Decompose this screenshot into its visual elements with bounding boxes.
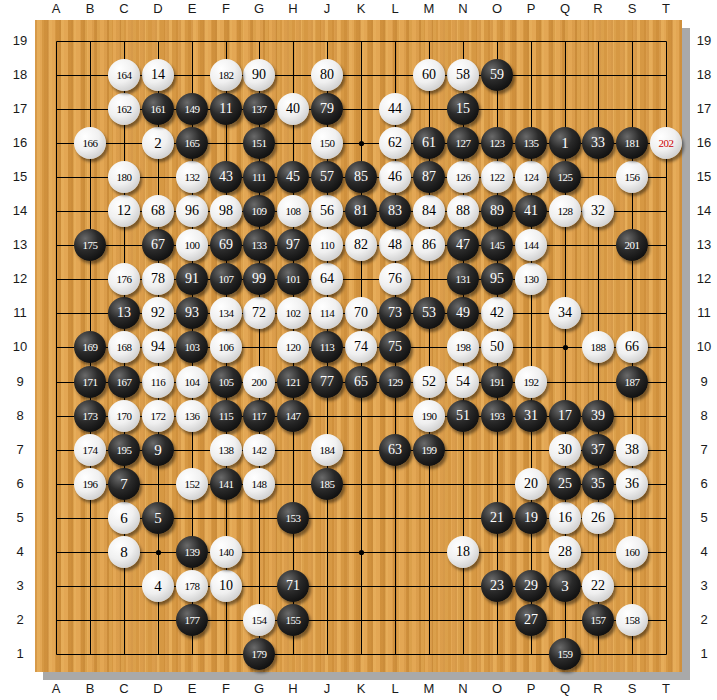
stone-black-47-N13: 47 bbox=[447, 229, 479, 261]
move-number: 115 bbox=[219, 410, 234, 422]
stone-white-162-C17: 162 bbox=[108, 93, 140, 125]
column-label-top-J: J bbox=[313, 2, 341, 16]
move-number: 200 bbox=[252, 376, 267, 388]
stone-white-108-H14: 108 bbox=[277, 195, 309, 227]
move-number: 58 bbox=[456, 67, 470, 83]
stone-white-98-F14: 98 bbox=[210, 195, 242, 227]
row-label-left-6: 6 bbox=[6, 477, 34, 491]
column-label-bottom-N: N bbox=[449, 682, 477, 696]
row-label-left-11: 11 bbox=[6, 306, 34, 320]
move-number: 23 bbox=[490, 578, 504, 594]
stone-white-82-K13: 82 bbox=[345, 229, 377, 261]
move-number: 187 bbox=[625, 376, 640, 388]
move-number: 103 bbox=[185, 341, 200, 353]
move-number: 47 bbox=[456, 237, 470, 253]
row-label-left-5: 5 bbox=[6, 511, 34, 525]
stone-black-187-S9: 187 bbox=[616, 366, 648, 398]
move-number: 21 bbox=[490, 510, 504, 526]
move-number: 59 bbox=[490, 67, 504, 83]
stone-white-178-E3: 178 bbox=[176, 570, 208, 602]
stone-white-126-N15: 126 bbox=[447, 161, 479, 193]
move-number: 142 bbox=[252, 444, 267, 456]
move-number: 164 bbox=[117, 69, 132, 81]
move-number: 82 bbox=[354, 237, 368, 253]
move-number: 141 bbox=[219, 478, 234, 490]
stone-black-123-O16: 123 bbox=[481, 127, 513, 159]
stone-black-191-O9: 191 bbox=[481, 366, 513, 398]
column-label-top-S: S bbox=[618, 2, 646, 16]
move-number: 12 bbox=[117, 203, 131, 219]
move-number: 133 bbox=[252, 239, 267, 251]
row-label-left-3: 3 bbox=[6, 579, 34, 593]
move-number: 41 bbox=[524, 203, 538, 219]
row-label-left-13: 13 bbox=[6, 238, 34, 252]
move-number: 18 bbox=[456, 544, 470, 560]
move-number: 87 bbox=[422, 169, 436, 185]
stone-white-40-H17: 40 bbox=[277, 93, 309, 125]
row-label-right-3: 3 bbox=[690, 579, 717, 593]
stone-white-72-G11: 72 bbox=[243, 297, 275, 329]
stone-black-117-G8: 117 bbox=[243, 400, 275, 432]
row-label-right-8: 8 bbox=[690, 409, 717, 423]
stone-white-44-L17: 44 bbox=[379, 93, 411, 125]
move-number: 198 bbox=[456, 341, 471, 353]
stone-white-30-Q7: 30 bbox=[549, 434, 581, 466]
stone-white-106-F10: 106 bbox=[210, 331, 242, 363]
stone-black-179-G1: 179 bbox=[243, 638, 275, 670]
column-label-bottom-B: B bbox=[76, 682, 104, 696]
move-number: 88 bbox=[456, 203, 470, 219]
stone-white-188-R10: 188 bbox=[582, 331, 614, 363]
row-label-right-4: 4 bbox=[690, 545, 717, 559]
move-number: 64 bbox=[320, 271, 334, 287]
move-number: 78 bbox=[151, 271, 165, 287]
stone-black-175-B13: 175 bbox=[74, 229, 106, 261]
stone-white-156-S15: 156 bbox=[616, 161, 648, 193]
move-number: 1 bbox=[561, 135, 569, 152]
column-label-bottom-R: R bbox=[584, 682, 612, 696]
move-number: 121 bbox=[286, 376, 301, 388]
move-number: 40 bbox=[286, 101, 300, 117]
move-number: 89 bbox=[490, 203, 504, 219]
move-number: 201 bbox=[625, 239, 640, 251]
move-number: 5 bbox=[154, 510, 162, 527]
stone-black-81-K14: 81 bbox=[345, 195, 377, 227]
move-number: 65 bbox=[354, 374, 368, 390]
stone-white-154-G2: 154 bbox=[243, 604, 275, 636]
stone-white-42-O11: 42 bbox=[481, 297, 513, 329]
stone-black-151-G16: 151 bbox=[243, 127, 275, 159]
move-number: 173 bbox=[83, 410, 98, 422]
row-label-left-9: 9 bbox=[6, 375, 34, 389]
move-number: 124 bbox=[524, 171, 539, 183]
stone-black-51-N8: 51 bbox=[447, 400, 479, 432]
move-number: 139 bbox=[185, 546, 200, 558]
column-label-top-L: L bbox=[381, 2, 409, 16]
move-number: 75 bbox=[388, 339, 402, 355]
column-label-top-A: A bbox=[42, 2, 70, 16]
move-number: 111 bbox=[252, 171, 266, 183]
stone-black-69-F13: 69 bbox=[210, 229, 242, 261]
move-number: 91 bbox=[185, 271, 199, 287]
column-label-bottom-C: C bbox=[110, 682, 138, 696]
move-number: 97 bbox=[286, 237, 300, 253]
stone-white-138-F7: 138 bbox=[210, 434, 242, 466]
move-number: 37 bbox=[591, 442, 605, 458]
stone-white-168-C10: 168 bbox=[108, 331, 140, 363]
stone-white-184-J7: 184 bbox=[311, 434, 343, 466]
stone-white-74-K10: 74 bbox=[345, 331, 377, 363]
move-number: 156 bbox=[625, 171, 640, 183]
move-number: 72 bbox=[252, 305, 266, 321]
stone-white-116-D9: 116 bbox=[142, 366, 174, 398]
move-number: 158 bbox=[625, 614, 640, 626]
row-label-right-17: 17 bbox=[690, 102, 717, 116]
move-number: 174 bbox=[83, 444, 98, 456]
stone-white-26-R5: 26 bbox=[582, 502, 614, 534]
move-number: 153 bbox=[286, 512, 301, 524]
stone-white-58-N18: 58 bbox=[447, 59, 479, 91]
move-number: 168 bbox=[117, 341, 132, 353]
stone-black-195-C7: 195 bbox=[108, 434, 140, 466]
move-number: 131 bbox=[456, 273, 471, 285]
stone-black-185-J6: 185 bbox=[311, 468, 343, 500]
move-number: 85 bbox=[354, 169, 368, 185]
stone-black-171-B9: 171 bbox=[74, 366, 106, 398]
move-number: 145 bbox=[490, 239, 505, 251]
stone-white-148-G6: 148 bbox=[243, 468, 275, 500]
row-label-right-7: 7 bbox=[690, 443, 717, 457]
move-number: 184 bbox=[320, 444, 335, 456]
move-number: 95 bbox=[490, 271, 504, 287]
stone-white-22-R3: 22 bbox=[582, 570, 614, 602]
move-number: 180 bbox=[117, 171, 132, 183]
stone-white-62-L16: 62 bbox=[379, 127, 411, 159]
stone-black-43-F15: 43 bbox=[210, 161, 242, 193]
stone-black-75-L10: 75 bbox=[379, 331, 411, 363]
move-number: 52 bbox=[422, 374, 436, 390]
move-number: 169 bbox=[83, 341, 98, 353]
stone-black-113-J10: 113 bbox=[311, 331, 343, 363]
stone-black-19-P5: 19 bbox=[515, 502, 547, 534]
column-label-bottom-D: D bbox=[144, 682, 172, 696]
column-label-top-F: F bbox=[212, 2, 240, 16]
column-label-bottom-M: M bbox=[415, 682, 443, 696]
row-label-left-16: 16 bbox=[6, 136, 34, 150]
stone-black-33-R16: 33 bbox=[582, 127, 614, 159]
stone-white-34-Q11: 34 bbox=[549, 297, 581, 329]
move-number: 116 bbox=[151, 376, 166, 388]
column-label-top-O: O bbox=[483, 2, 511, 16]
stone-black-85-K15: 85 bbox=[345, 161, 377, 193]
stone-white-192-P9: 192 bbox=[515, 366, 547, 398]
move-number: 96 bbox=[185, 203, 199, 219]
stone-black-7-C6: 7 bbox=[108, 468, 140, 500]
stone-white-114-J11: 114 bbox=[311, 297, 343, 329]
stone-white-196-B6: 196 bbox=[74, 468, 106, 500]
move-number: 15 bbox=[456, 101, 470, 117]
stone-black-99-G12: 99 bbox=[243, 263, 275, 295]
row-label-left-8: 8 bbox=[6, 409, 34, 423]
move-number: 69 bbox=[219, 237, 233, 253]
move-number: 63 bbox=[388, 442, 402, 458]
stone-black-79-J17: 79 bbox=[311, 93, 343, 125]
stone-black-61-M16: 61 bbox=[413, 127, 445, 159]
stone-white-190-M8: 190 bbox=[413, 400, 445, 432]
stone-white-70-K11: 70 bbox=[345, 297, 377, 329]
move-number: 66 bbox=[625, 339, 639, 355]
move-number: 120 bbox=[286, 341, 301, 353]
stone-black-173-B8: 173 bbox=[74, 400, 106, 432]
column-label-top-G: G bbox=[245, 2, 273, 16]
stone-white-200-G9: 200 bbox=[243, 366, 275, 398]
stone-white-78-D12: 78 bbox=[142, 263, 174, 295]
column-label-bottom-T: T bbox=[652, 682, 680, 696]
stone-white-56-J14: 56 bbox=[311, 195, 343, 227]
move-number: 83 bbox=[388, 203, 402, 219]
move-number: 157 bbox=[591, 614, 606, 626]
row-label-left-4: 4 bbox=[6, 545, 34, 559]
stone-white-176-C12: 176 bbox=[108, 263, 140, 295]
star-point bbox=[359, 550, 364, 555]
move-number: 152 bbox=[185, 478, 200, 490]
stone-white-198-N10: 198 bbox=[447, 331, 479, 363]
move-number: 94 bbox=[151, 339, 165, 355]
move-number: 30 bbox=[558, 442, 572, 458]
stone-white-110-J13: 110 bbox=[311, 229, 343, 261]
move-number: 80 bbox=[320, 67, 334, 83]
stone-white-4-D3: 4 bbox=[142, 570, 174, 602]
move-number: 114 bbox=[320, 307, 335, 319]
move-number: 10 bbox=[219, 578, 233, 594]
stone-black-201-S13: 201 bbox=[616, 229, 648, 261]
row-label-right-13: 13 bbox=[690, 238, 717, 252]
row-label-right-16: 16 bbox=[690, 136, 717, 150]
column-label-bottom-J: J bbox=[313, 682, 341, 696]
move-number: 166 bbox=[83, 137, 98, 149]
move-number: 20 bbox=[524, 476, 538, 492]
row-label-right-10: 10 bbox=[690, 340, 717, 354]
move-number: 57 bbox=[320, 169, 334, 185]
stone-black-193-O8: 193 bbox=[481, 400, 513, 432]
move-number: 136 bbox=[185, 410, 200, 422]
move-number: 134 bbox=[219, 307, 234, 319]
move-number: 140 bbox=[219, 546, 234, 558]
move-number: 193 bbox=[490, 410, 505, 422]
column-label-top-T: T bbox=[652, 2, 680, 16]
column-label-bottom-L: L bbox=[381, 682, 409, 696]
stone-black-91-E12: 91 bbox=[176, 263, 208, 295]
stone-white-174-B7: 174 bbox=[74, 434, 106, 466]
stone-black-87-M15: 87 bbox=[413, 161, 445, 193]
column-label-top-M: M bbox=[415, 2, 443, 16]
stone-white-28-Q4: 28 bbox=[549, 536, 581, 568]
column-label-bottom-H: H bbox=[279, 682, 307, 696]
stone-white-142-G7: 142 bbox=[243, 434, 275, 466]
move-number: 11 bbox=[219, 101, 232, 117]
move-number: 99 bbox=[252, 271, 266, 287]
stone-white-84-M14: 84 bbox=[413, 195, 445, 227]
move-number: 43 bbox=[219, 169, 233, 185]
move-number: 159 bbox=[558, 648, 573, 660]
row-label-right-14: 14 bbox=[690, 204, 717, 218]
stone-black-135-P16: 135 bbox=[515, 127, 547, 159]
move-number: 81 bbox=[354, 203, 368, 219]
column-label-top-C: C bbox=[110, 2, 138, 16]
stone-white-10-F3: 10 bbox=[210, 570, 242, 602]
move-number: 90 bbox=[252, 67, 266, 83]
stone-white-68-D14: 68 bbox=[142, 195, 174, 227]
stone-black-13-C11: 13 bbox=[108, 297, 140, 329]
stone-white-134-F11: 134 bbox=[210, 297, 242, 329]
stone-black-3-Q3: 3 bbox=[549, 570, 581, 602]
move-number: 61 bbox=[422, 135, 436, 151]
stone-black-49-N11: 49 bbox=[447, 297, 479, 329]
move-number: 175 bbox=[83, 239, 98, 251]
move-number: 104 bbox=[185, 376, 200, 388]
stone-white-6-C5: 6 bbox=[108, 502, 140, 534]
stone-white-120-H10: 120 bbox=[277, 331, 309, 363]
stone-black-21-O5: 21 bbox=[481, 502, 513, 534]
row-label-left-15: 15 bbox=[6, 170, 34, 184]
move-number: 62 bbox=[388, 135, 402, 151]
stone-black-177-E2: 177 bbox=[176, 604, 208, 636]
stone-black-45-H15: 45 bbox=[277, 161, 309, 193]
column-label-bottom-S: S bbox=[618, 682, 646, 696]
stone-black-159-Q1: 159 bbox=[549, 638, 581, 670]
stone-white-18-N4: 18 bbox=[447, 536, 479, 568]
stone-black-31-P8: 31 bbox=[515, 400, 547, 432]
stone-white-90-G18: 90 bbox=[243, 59, 275, 91]
go-board[interactable]: 1234567891011121314151617181920212223252… bbox=[35, 20, 682, 672]
move-number: 130 bbox=[524, 273, 539, 285]
move-number: 73 bbox=[388, 305, 402, 321]
stone-black-93-E11: 93 bbox=[176, 297, 208, 329]
stone-white-94-D10: 94 bbox=[142, 331, 174, 363]
stone-black-89-O14: 89 bbox=[481, 195, 513, 227]
column-label-bottom-E: E bbox=[178, 682, 206, 696]
move-number: 148 bbox=[252, 478, 267, 490]
move-number: 8 bbox=[120, 544, 128, 561]
move-number: 35 bbox=[591, 476, 605, 492]
move-number: 17 bbox=[558, 408, 572, 424]
move-number: 33 bbox=[591, 135, 605, 151]
move-number: 2 bbox=[154, 135, 162, 152]
move-number: 165 bbox=[185, 137, 200, 149]
move-number: 67 bbox=[151, 237, 165, 253]
move-number: 199 bbox=[422, 444, 437, 456]
stone-white-182-F18: 182 bbox=[210, 59, 242, 91]
move-number: 160 bbox=[625, 546, 640, 558]
move-number: 102 bbox=[286, 307, 301, 319]
stone-black-11-F17: 11 bbox=[210, 93, 242, 125]
stone-white-54-N9: 54 bbox=[447, 366, 479, 398]
move-number: 161 bbox=[151, 103, 166, 115]
row-label-right-15: 15 bbox=[690, 170, 717, 184]
row-label-right-18: 18 bbox=[690, 68, 717, 82]
column-label-bottom-K: K bbox=[347, 682, 375, 696]
stone-black-145-O13: 145 bbox=[481, 229, 513, 261]
move-number: 34 bbox=[558, 305, 572, 321]
stone-white-150-J16: 150 bbox=[311, 127, 343, 159]
move-number: 190 bbox=[422, 410, 437, 422]
move-number: 135 bbox=[524, 137, 539, 149]
stone-white-132-E15: 132 bbox=[176, 161, 208, 193]
move-number: 147 bbox=[286, 410, 301, 422]
stone-white-170-C8: 170 bbox=[108, 400, 140, 432]
column-label-bottom-F: F bbox=[212, 682, 240, 696]
stone-black-107-F12: 107 bbox=[210, 263, 242, 295]
star-point bbox=[563, 345, 568, 350]
stone-black-73-L11: 73 bbox=[379, 297, 411, 329]
move-number: 86 bbox=[422, 237, 436, 253]
move-number: 195 bbox=[117, 444, 132, 456]
stone-black-161-D17: 161 bbox=[142, 93, 174, 125]
move-number: 71 bbox=[286, 578, 300, 594]
row-label-right-5: 5 bbox=[690, 511, 717, 525]
stone-black-1-Q16: 1 bbox=[549, 127, 581, 159]
move-number: 191 bbox=[490, 376, 505, 388]
stone-white-128-Q14: 128 bbox=[549, 195, 581, 227]
column-label-top-D: D bbox=[144, 2, 172, 16]
stone-white-202-T16: 202 bbox=[650, 127, 682, 159]
row-label-left-19: 19 bbox=[6, 34, 34, 48]
move-number: 125 bbox=[558, 171, 573, 183]
stone-black-109-G14: 109 bbox=[243, 195, 275, 227]
row-label-right-12: 12 bbox=[690, 272, 717, 286]
column-label-bottom-G: G bbox=[245, 682, 273, 696]
move-number: 149 bbox=[185, 103, 200, 115]
stone-white-172-D8: 172 bbox=[142, 400, 174, 432]
stone-black-115-F8: 115 bbox=[210, 400, 242, 432]
column-label-top-H: H bbox=[279, 2, 307, 16]
move-number: 74 bbox=[354, 339, 368, 355]
move-number: 77 bbox=[320, 374, 334, 390]
stone-black-155-H2: 155 bbox=[277, 604, 309, 636]
row-label-left-1: 1 bbox=[6, 647, 34, 661]
stone-black-23-O3: 23 bbox=[481, 570, 513, 602]
stone-white-64-J12: 64 bbox=[311, 263, 343, 295]
move-number: 25 bbox=[558, 476, 572, 492]
stone-white-180-C15: 180 bbox=[108, 161, 140, 193]
stone-black-65-K9: 65 bbox=[345, 366, 377, 398]
stone-white-16-Q5: 16 bbox=[549, 502, 581, 534]
stone-black-129-L9: 129 bbox=[379, 366, 411, 398]
move-number: 196 bbox=[83, 478, 98, 490]
stone-black-83-L14: 83 bbox=[379, 195, 411, 227]
stone-white-88-N14: 88 bbox=[447, 195, 479, 227]
move-number: 188 bbox=[591, 341, 606, 353]
column-label-top-N: N bbox=[449, 2, 477, 16]
stone-black-137-G17: 137 bbox=[243, 93, 275, 125]
move-number: 44 bbox=[388, 101, 402, 117]
stone-white-48-L13: 48 bbox=[379, 229, 411, 261]
move-number: 31 bbox=[524, 408, 538, 424]
move-number: 172 bbox=[151, 410, 166, 422]
move-number: 22 bbox=[591, 578, 605, 594]
move-number: 28 bbox=[558, 544, 572, 560]
go-game-record-page: 1234567891011121314151617181920212223252… bbox=[0, 0, 717, 700]
stone-white-66-S10: 66 bbox=[616, 331, 648, 363]
stone-white-12-C14: 12 bbox=[108, 195, 140, 227]
move-number: 51 bbox=[456, 408, 470, 424]
stone-white-14-D18: 14 bbox=[142, 59, 174, 91]
stone-black-67-D13: 67 bbox=[142, 229, 174, 261]
row-label-right-6: 6 bbox=[690, 477, 717, 491]
move-number: 49 bbox=[456, 305, 470, 321]
stone-black-41-P14: 41 bbox=[515, 195, 547, 227]
stone-black-5-D5: 5 bbox=[142, 502, 174, 534]
